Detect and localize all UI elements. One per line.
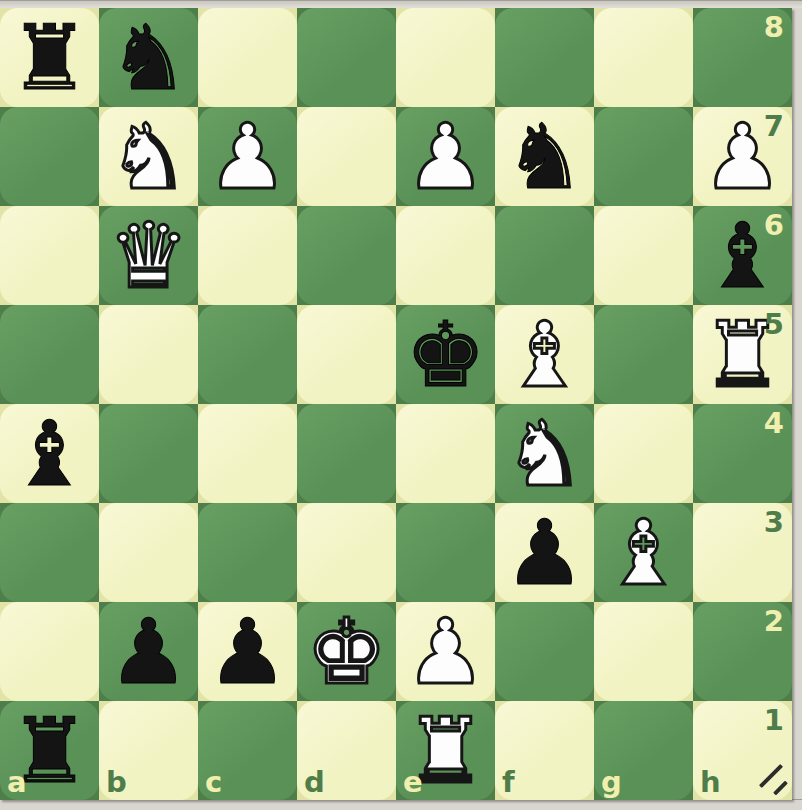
rank-label-2: 2 (764, 604, 784, 638)
square-d5[interactable] (297, 305, 396, 404)
square-a3[interactable] (0, 503, 99, 602)
square-g5[interactable] (594, 305, 693, 404)
piece-white-king[interactable]: ♚ (297, 602, 396, 701)
square-a4[interactable]: ♝ (0, 404, 99, 503)
piece-black-king[interactable]: ♚ (396, 305, 495, 404)
piece-white-knight[interactable]: ♞ (495, 404, 594, 503)
rank-label-4: 4 (764, 406, 784, 440)
square-h6[interactable]: ♝6 (693, 206, 792, 305)
square-h2[interactable]: 2 (693, 602, 792, 701)
square-g4[interactable] (594, 404, 693, 503)
square-d6[interactable] (297, 206, 396, 305)
square-c4[interactable] (198, 404, 297, 503)
window-edge-right (791, 8, 802, 800)
square-a5[interactable] (0, 305, 99, 404)
file-label-a: a (7, 765, 27, 799)
square-d7[interactable] (297, 107, 396, 206)
square-f6[interactable] (495, 206, 594, 305)
square-d8[interactable] (297, 8, 396, 107)
square-e1[interactable]: ♜e (396, 701, 495, 800)
square-a7[interactable] (0, 107, 99, 206)
square-h3[interactable]: 3 (693, 503, 792, 602)
square-c1[interactable]: c (198, 701, 297, 800)
piece-white-pawn[interactable]: ♟ (198, 107, 297, 206)
square-b3[interactable] (99, 503, 198, 602)
square-f7[interactable]: ♞ (495, 107, 594, 206)
square-f3[interactable]: ♟ (495, 503, 594, 602)
square-e8[interactable] (396, 8, 495, 107)
square-b8[interactable]: ♞ (99, 8, 198, 107)
piece-white-bishop[interactable]: ♝ (594, 503, 693, 602)
square-b5[interactable] (99, 305, 198, 404)
square-h7[interactable]: ♟7 (693, 107, 792, 206)
rank-label-1: 1 (764, 703, 784, 737)
square-g3[interactable]: ♝ (594, 503, 693, 602)
rank-label-8: 8 (764, 10, 784, 44)
square-b6[interactable]: ♛ (99, 206, 198, 305)
square-b7[interactable]: ♞ (99, 107, 198, 206)
piece-black-rook[interactable]: ♜ (0, 8, 99, 107)
square-g7[interactable] (594, 107, 693, 206)
square-c6[interactable] (198, 206, 297, 305)
square-c8[interactable] (198, 8, 297, 107)
square-f2[interactable] (495, 602, 594, 701)
piece-black-knight[interactable]: ♞ (495, 107, 594, 206)
square-f4[interactable]: ♞ (495, 404, 594, 503)
rank-label-7: 7 (764, 109, 784, 143)
square-e7[interactable]: ♟ (396, 107, 495, 206)
square-g2[interactable] (594, 602, 693, 701)
square-d2[interactable]: ♚ (297, 602, 396, 701)
file-label-f: f (502, 765, 515, 799)
chess-app-window: ♜♞8♞♟♟♞♟7♛♝6♚♝♜5♝♞4♟♝3♟♟♚♟2♜abcd♜efgh1 (0, 0, 802, 810)
square-c5[interactable] (198, 305, 297, 404)
square-f5[interactable]: ♝ (495, 305, 594, 404)
square-e4[interactable] (396, 404, 495, 503)
file-label-h: h (700, 765, 721, 799)
file-label-e: e (403, 765, 423, 799)
square-h5[interactable]: ♜5 (693, 305, 792, 404)
square-e3[interactable] (396, 503, 495, 602)
piece-black-pawn[interactable]: ♟ (99, 602, 198, 701)
piece-black-pawn[interactable]: ♟ (198, 602, 297, 701)
square-g1[interactable]: g (594, 701, 693, 800)
square-c7[interactable]: ♟ (198, 107, 297, 206)
square-b1[interactable]: b (99, 701, 198, 800)
piece-white-knight[interactable]: ♞ (99, 107, 198, 206)
square-d4[interactable] (297, 404, 396, 503)
piece-black-bishop[interactable]: ♝ (0, 404, 99, 503)
square-d1[interactable]: d (297, 701, 396, 800)
window-edge-bottom (0, 799, 802, 810)
square-e2[interactable]: ♟ (396, 602, 495, 701)
piece-black-knight[interactable]: ♞ (99, 8, 198, 107)
square-f1[interactable]: f (495, 701, 594, 800)
square-a8[interactable]: ♜ (0, 8, 99, 107)
square-g6[interactable] (594, 206, 693, 305)
piece-white-bishop[interactable]: ♝ (495, 305, 594, 404)
file-label-b: b (106, 765, 127, 799)
square-b2[interactable]: ♟ (99, 602, 198, 701)
square-a1[interactable]: ♜a (0, 701, 99, 800)
file-label-d: d (304, 765, 325, 799)
chess-board: ♜♞8♞♟♟♞♟7♛♝6♚♝♜5♝♞4♟♝3♟♟♚♟2♜abcd♜efgh1 (0, 8, 792, 800)
piece-black-pawn[interactable]: ♟ (495, 503, 594, 602)
file-label-c: c (205, 765, 222, 799)
square-e6[interactable] (396, 206, 495, 305)
rank-label-5: 5 (764, 307, 784, 341)
square-d3[interactable] (297, 503, 396, 602)
square-b4[interactable] (99, 404, 198, 503)
square-c2[interactable]: ♟ (198, 602, 297, 701)
piece-white-pawn[interactable]: ♟ (396, 602, 495, 701)
square-c3[interactable] (198, 503, 297, 602)
piece-white-queen[interactable]: ♛ (99, 206, 198, 305)
rank-label-6: 6 (764, 208, 784, 242)
square-e5[interactable]: ♚ (396, 305, 495, 404)
file-label-g: g (601, 765, 622, 799)
square-f8[interactable] (495, 8, 594, 107)
square-a6[interactable] (0, 206, 99, 305)
window-edge-top (0, 0, 802, 8)
square-g8[interactable] (594, 8, 693, 107)
resize-grip-icon[interactable] (753, 757, 791, 795)
square-a2[interactable] (0, 602, 99, 701)
square-h8[interactable]: 8 (693, 8, 792, 107)
resize-grip-line (773, 781, 788, 796)
rank-label-3: 3 (764, 505, 784, 539)
square-h4[interactable]: 4 (693, 404, 792, 503)
piece-white-pawn[interactable]: ♟ (396, 107, 495, 206)
